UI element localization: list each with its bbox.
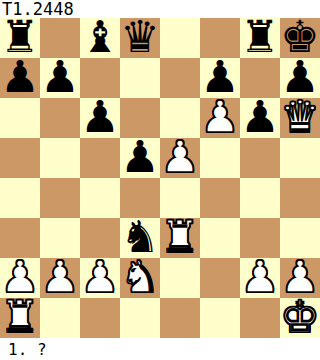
square-d8[interactable]: ♛: [120, 18, 160, 58]
square-g8[interactable]: ♜: [240, 18, 280, 58]
piece-black-pawn: ♟: [120, 138, 159, 177]
square-g6[interactable]: ♟: [240, 98, 280, 138]
square-d5[interactable]: ♟: [120, 138, 160, 178]
piece-black-pawn: ♟: [0, 58, 39, 97]
square-e1[interactable]: [160, 298, 200, 338]
piece-black-pawn: ♟: [240, 98, 279, 137]
piece-white-pawn: ♟: [160, 138, 199, 177]
square-h3[interactable]: [280, 218, 320, 258]
piece-white-pawn: ♟: [80, 258, 119, 297]
piece-white-knight: ♞: [120, 258, 159, 297]
square-g4[interactable]: [240, 178, 280, 218]
square-c5[interactable]: [80, 138, 120, 178]
square-c1[interactable]: [80, 298, 120, 338]
square-e5[interactable]: ♟: [160, 138, 200, 178]
square-d6[interactable]: [120, 98, 160, 138]
square-a8[interactable]: ♜: [0, 18, 40, 58]
square-b5[interactable]: [40, 138, 80, 178]
piece-black-pawn: ♟: [80, 98, 119, 137]
piece-black-rook: ♜: [0, 18, 39, 57]
piece-black-pawn: ♟: [40, 58, 79, 97]
square-h1[interactable]: ♚: [280, 298, 320, 338]
square-f4[interactable]: [200, 178, 240, 218]
square-a5[interactable]: [0, 138, 40, 178]
piece-black-king: ♚: [280, 18, 319, 57]
square-c7[interactable]: [80, 58, 120, 98]
piece-white-rook: ♜: [160, 218, 199, 257]
piece-white-queen: ♛: [280, 98, 319, 137]
square-e7[interactable]: [160, 58, 200, 98]
square-c4[interactable]: [80, 178, 120, 218]
square-a2[interactable]: ♟: [0, 258, 40, 298]
square-b3[interactable]: [40, 218, 80, 258]
piece-black-knight: ♞: [120, 218, 159, 257]
piece-black-bishop: ♝: [80, 18, 119, 57]
square-e6[interactable]: [160, 98, 200, 138]
square-h4[interactable]: [280, 178, 320, 218]
square-f6[interactable]: ♟: [200, 98, 240, 138]
square-b4[interactable]: [40, 178, 80, 218]
chess-app-window: T1.2448 ♜♝♛♜♚♟♟♟♟♟♟♟♛♟♟♞♜♟♟♟♞♟♟♜♚ 1. ?: [0, 0, 320, 360]
square-b1[interactable]: [40, 298, 80, 338]
square-e8[interactable]: [160, 18, 200, 58]
square-f2[interactable]: [200, 258, 240, 298]
square-h7[interactable]: ♟: [280, 58, 320, 98]
square-h6[interactable]: ♛: [280, 98, 320, 138]
square-d4[interactable]: [120, 178, 160, 218]
chess-board: ♜♝♛♜♚♟♟♟♟♟♟♟♛♟♟♞♜♟♟♟♞♟♟♜♚: [0, 18, 320, 338]
piece-white-rook: ♜: [0, 298, 39, 337]
piece-black-queen: ♛: [120, 18, 159, 57]
square-d2[interactable]: ♞: [120, 258, 160, 298]
square-a7[interactable]: ♟: [0, 58, 40, 98]
move-prompt: 1. ?: [0, 338, 320, 360]
square-g1[interactable]: [240, 298, 280, 338]
piece-black-rook: ♜: [240, 18, 279, 57]
square-f3[interactable]: [200, 218, 240, 258]
square-g2[interactable]: ♟: [240, 258, 280, 298]
square-a6[interactable]: [0, 98, 40, 138]
piece-black-pawn: ♟: [280, 58, 319, 97]
square-a3[interactable]: [0, 218, 40, 258]
square-d3[interactable]: ♞: [120, 218, 160, 258]
square-f1[interactable]: [200, 298, 240, 338]
square-f8[interactable]: [200, 18, 240, 58]
piece-white-pawn: ♟: [200, 98, 239, 137]
piece-white-pawn: ♟: [40, 258, 79, 297]
square-e3[interactable]: ♜: [160, 218, 200, 258]
piece-white-pawn: ♟: [0, 258, 39, 297]
square-f7[interactable]: ♟: [200, 58, 240, 98]
piece-white-king: ♚: [280, 298, 319, 337]
square-b7[interactable]: ♟: [40, 58, 80, 98]
square-b6[interactable]: [40, 98, 80, 138]
square-d7[interactable]: [120, 58, 160, 98]
square-h5[interactable]: [280, 138, 320, 178]
square-h2[interactable]: ♟: [280, 258, 320, 298]
square-g5[interactable]: [240, 138, 280, 178]
square-c6[interactable]: ♟: [80, 98, 120, 138]
square-b2[interactable]: ♟: [40, 258, 80, 298]
piece-white-pawn: ♟: [240, 258, 279, 297]
square-e4[interactable]: [160, 178, 200, 218]
square-h8[interactable]: ♚: [280, 18, 320, 58]
square-d1[interactable]: [120, 298, 160, 338]
square-c8[interactable]: ♝: [80, 18, 120, 58]
square-g7[interactable]: [240, 58, 280, 98]
square-f5[interactable]: [200, 138, 240, 178]
square-c3[interactable]: [80, 218, 120, 258]
square-g3[interactable]: [240, 218, 280, 258]
square-e2[interactable]: [160, 258, 200, 298]
square-b8[interactable]: [40, 18, 80, 58]
square-a1[interactable]: ♜: [0, 298, 40, 338]
square-a4[interactable]: [0, 178, 40, 218]
piece-black-pawn: ♟: [200, 58, 239, 97]
piece-white-pawn: ♟: [280, 258, 319, 297]
square-c2[interactable]: ♟: [80, 258, 120, 298]
puzzle-title: T1.2448: [0, 0, 320, 18]
